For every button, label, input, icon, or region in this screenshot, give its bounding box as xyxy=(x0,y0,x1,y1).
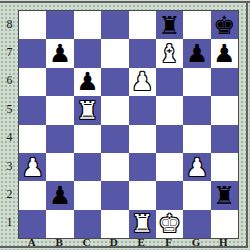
window-border-right xyxy=(246,1,248,248)
rank-label-4: 4 xyxy=(2,124,17,152)
file-labels: ABCDEFGH xyxy=(18,236,237,248)
rank-label-6: 6 xyxy=(2,67,17,95)
window-border-top xyxy=(0,1,250,3)
piece-black-king[interactable]: ♚ xyxy=(213,13,235,38)
piece-white-bishop[interactable]: ♝ xyxy=(158,41,180,66)
file-label-d: D xyxy=(100,236,127,248)
square-d7[interactable] xyxy=(101,39,128,67)
file-label-f: F xyxy=(155,236,182,248)
square-f7[interactable]: ♝ xyxy=(156,39,183,67)
square-g1[interactable] xyxy=(183,210,210,238)
piece-black-pawn[interactable]: ♟ xyxy=(76,69,98,94)
piece-white-pawn[interactable]: ♟ xyxy=(21,155,43,180)
rank-labels: 87654321 xyxy=(2,10,17,237)
square-c2[interactable] xyxy=(74,181,101,209)
square-c8[interactable] xyxy=(74,11,101,39)
file-label-h: H xyxy=(210,236,237,248)
square-h4[interactable] xyxy=(211,125,238,153)
file-label-c: C xyxy=(73,236,100,248)
square-a3[interactable]: ♟ xyxy=(19,153,46,181)
piece-white-king[interactable]: ♚ xyxy=(158,211,180,236)
square-f1[interactable]: ♚ xyxy=(156,210,183,238)
square-a4[interactable] xyxy=(19,125,46,153)
square-a5[interactable] xyxy=(19,96,46,124)
square-f3[interactable] xyxy=(156,153,183,181)
file-label-b: B xyxy=(45,236,72,248)
piece-black-pawn[interactable]: ♟ xyxy=(49,41,71,66)
piece-white-pawn[interactable]: ♟ xyxy=(131,69,153,94)
square-b2[interactable]: ♟ xyxy=(46,181,73,209)
rank-label-8: 8 xyxy=(2,10,17,38)
square-h8[interactable]: ♚ xyxy=(211,11,238,39)
square-b1[interactable] xyxy=(46,210,73,238)
rank-label-3: 3 xyxy=(2,152,17,180)
square-e2[interactable] xyxy=(129,181,156,209)
square-f5[interactable] xyxy=(156,96,183,124)
square-g8[interactable] xyxy=(183,11,210,39)
square-f4[interactable] xyxy=(156,125,183,153)
square-h3[interactable] xyxy=(211,153,238,181)
square-d8[interactable] xyxy=(101,11,128,39)
chess-diagram: 87654321 ♜♚♟♝♟♟♟♟♜♟♟♟♜♜♚ ABCDEFGH xyxy=(0,0,250,250)
square-g5[interactable] xyxy=(183,96,210,124)
square-h5[interactable] xyxy=(211,96,238,124)
square-a7[interactable] xyxy=(19,39,46,67)
piece-white-pawn[interactable]: ♟ xyxy=(186,155,208,180)
square-e8[interactable] xyxy=(129,11,156,39)
square-g2[interactable] xyxy=(183,181,210,209)
square-b5[interactable] xyxy=(46,96,73,124)
rank-label-1: 1 xyxy=(2,209,17,237)
square-b7[interactable]: ♟ xyxy=(46,39,73,67)
square-b8[interactable] xyxy=(46,11,73,39)
file-label-g: G xyxy=(182,236,209,248)
piece-black-pawn[interactable]: ♟ xyxy=(186,41,208,66)
square-e6[interactable]: ♟ xyxy=(129,68,156,96)
piece-white-rook[interactable]: ♜ xyxy=(76,98,98,123)
square-d4[interactable] xyxy=(101,125,128,153)
square-c5[interactable]: ♜ xyxy=(74,96,101,124)
square-g4[interactable] xyxy=(183,125,210,153)
square-e1[interactable]: ♜ xyxy=(129,210,156,238)
square-e5[interactable] xyxy=(129,96,156,124)
square-g3[interactable]: ♟ xyxy=(183,153,210,181)
square-f8[interactable]: ♜ xyxy=(156,11,183,39)
square-d2[interactable] xyxy=(101,181,128,209)
piece-white-rook[interactable]: ♜ xyxy=(131,211,153,236)
square-e3[interactable] xyxy=(129,153,156,181)
square-c1[interactable] xyxy=(74,210,101,238)
square-c4[interactable] xyxy=(74,125,101,153)
piece-black-rook[interactable]: ♜ xyxy=(213,183,235,208)
square-a8[interactable] xyxy=(19,11,46,39)
rank-label-7: 7 xyxy=(2,38,17,66)
square-e4[interactable] xyxy=(129,125,156,153)
square-d3[interactable] xyxy=(101,153,128,181)
square-c7[interactable] xyxy=(74,39,101,67)
file-label-a: A xyxy=(18,236,45,248)
file-label-e: E xyxy=(128,236,155,248)
square-a1[interactable] xyxy=(19,210,46,238)
square-f6[interactable] xyxy=(156,68,183,96)
square-c6[interactable]: ♟ xyxy=(74,68,101,96)
square-b3[interactable] xyxy=(46,153,73,181)
piece-black-pawn[interactable]: ♟ xyxy=(213,41,235,66)
square-d1[interactable] xyxy=(101,210,128,238)
piece-black-pawn[interactable]: ♟ xyxy=(49,183,71,208)
square-g6[interactable] xyxy=(183,68,210,96)
square-d6[interactable] xyxy=(101,68,128,96)
square-h1[interactable] xyxy=(211,210,238,238)
square-g7[interactable]: ♟ xyxy=(183,39,210,67)
rank-label-5: 5 xyxy=(2,95,17,123)
square-a2[interactable] xyxy=(19,181,46,209)
square-b4[interactable] xyxy=(46,125,73,153)
square-c3[interactable] xyxy=(74,153,101,181)
square-b6[interactable] xyxy=(46,68,73,96)
square-h2[interactable]: ♜ xyxy=(211,181,238,209)
rank-label-2: 2 xyxy=(2,180,17,208)
square-a6[interactable] xyxy=(19,68,46,96)
piece-black-rook[interactable]: ♜ xyxy=(158,13,180,38)
square-f2[interactable] xyxy=(156,181,183,209)
square-e7[interactable] xyxy=(129,39,156,67)
square-d5[interactable] xyxy=(101,96,128,124)
square-h7[interactable]: ♟ xyxy=(211,39,238,67)
square-h6[interactable] xyxy=(211,68,238,96)
chess-board: ♜♚♟♝♟♟♟♟♜♟♟♟♜♜♚ xyxy=(18,10,239,239)
